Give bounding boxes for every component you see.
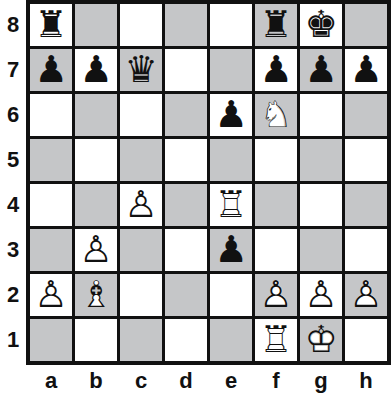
square-h6[interactable] [345,94,387,136]
square-e8[interactable] [210,4,252,46]
piece-white-pawn: ♟♙ [300,274,342,316]
rank-labels: 87654321 [0,0,26,365]
square-h8[interactable] [345,4,387,46]
piece-black-pawn: ♟ [30,49,72,91]
piece-black-pawn: ♟ [210,229,252,271]
square-c5[interactable] [120,139,162,181]
square-f3[interactable] [255,229,297,271]
chess-diagram: 87654321 ♜♜♚♟♟♛♟♟♟♟♞♘♟♙♜♖♟♙♟♟♙♝♗♟♙♟♙♟♙♜♖… [0,0,392,397]
square-e5[interactable] [210,139,252,181]
square-f7[interactable]: ♟ [255,49,297,91]
square-g8[interactable]: ♚ [300,4,342,46]
rank-label-5: 5 [0,139,26,181]
square-d6[interactable] [165,94,207,136]
piece-white-rook: ♜♖ [255,319,297,361]
file-label-a: a [30,365,72,397]
square-f2[interactable]: ♟♙ [255,274,297,316]
piece-black-pawn: ♟ [300,49,342,91]
rank-label-4: 4 [0,184,26,226]
file-labels: abcdefgh [26,365,392,397]
square-d8[interactable] [165,4,207,46]
square-a3[interactable] [30,229,72,271]
square-a5[interactable] [30,139,72,181]
piece-white-pawn: ♟♙ [345,274,387,316]
square-e2[interactable] [210,274,252,316]
piece-black-queen: ♛ [120,49,162,91]
square-g5[interactable] [300,139,342,181]
file-label-b: b [75,365,117,397]
square-d1[interactable] [165,319,207,361]
square-h4[interactable] [345,184,387,226]
square-c6[interactable] [120,94,162,136]
piece-white-rook: ♜♖ [210,184,252,226]
square-a8[interactable]: ♜ [30,4,72,46]
square-c2[interactable] [120,274,162,316]
square-g2[interactable]: ♟♙ [300,274,342,316]
file-label-e: e [210,365,252,397]
square-e6[interactable]: ♟ [210,94,252,136]
rank-label-8: 8 [0,4,26,46]
square-h1[interactable] [345,319,387,361]
rank-label-6: 6 [0,94,26,136]
piece-black-pawn: ♟ [255,49,297,91]
square-d2[interactable] [165,274,207,316]
square-c7[interactable]: ♛ [120,49,162,91]
piece-white-pawn: ♟♙ [75,229,117,271]
square-e4[interactable]: ♜♖ [210,184,252,226]
square-d7[interactable] [165,49,207,91]
square-f8[interactable]: ♜ [255,4,297,46]
square-e1[interactable] [210,319,252,361]
square-a7[interactable]: ♟ [30,49,72,91]
square-c1[interactable] [120,319,162,361]
square-f4[interactable] [255,184,297,226]
square-b8[interactable] [75,4,117,46]
piece-white-pawn: ♟♙ [120,184,162,226]
square-d3[interactable] [165,229,207,271]
square-h7[interactable]: ♟ [345,49,387,91]
square-g3[interactable] [300,229,342,271]
piece-white-pawn: ♟♙ [255,274,297,316]
square-b2[interactable]: ♝♗ [75,274,117,316]
file-label-g: g [300,365,342,397]
rank-label-1: 1 [0,319,26,361]
piece-white-bishop: ♝♗ [75,274,117,316]
square-e3[interactable]: ♟ [210,229,252,271]
file-label-f: f [255,365,297,397]
square-h3[interactable] [345,229,387,271]
piece-black-pawn: ♟ [210,94,252,136]
square-a6[interactable] [30,94,72,136]
square-f5[interactable] [255,139,297,181]
piece-black-rook: ♜ [30,4,72,46]
square-b3[interactable]: ♟♙ [75,229,117,271]
square-f6[interactable]: ♞♘ [255,94,297,136]
square-h2[interactable]: ♟♙ [345,274,387,316]
square-h5[interactable] [345,139,387,181]
board-with-rank-labels: 87654321 ♜♜♚♟♟♛♟♟♟♟♞♘♟♙♜♖♟♙♟♟♙♝♗♟♙♟♙♟♙♜♖… [0,0,392,365]
square-g6[interactable] [300,94,342,136]
square-e7[interactable] [210,49,252,91]
square-c4[interactable]: ♟♙ [120,184,162,226]
square-b6[interactable] [75,94,117,136]
square-c3[interactable] [120,229,162,271]
square-d5[interactable] [165,139,207,181]
square-b7[interactable]: ♟ [75,49,117,91]
square-f1[interactable]: ♜♖ [255,319,297,361]
square-b4[interactable] [75,184,117,226]
piece-black-king: ♚ [300,4,342,46]
square-b5[interactable] [75,139,117,181]
piece-white-king: ♚♔ [300,319,342,361]
rank-label-7: 7 [0,49,26,91]
file-label-d: d [165,365,207,397]
file-label-h: h [345,365,387,397]
piece-white-pawn: ♟♙ [30,274,72,316]
rank-label-3: 3 [0,229,26,271]
piece-black-pawn: ♟ [345,49,387,91]
square-g7[interactable]: ♟ [300,49,342,91]
square-b1[interactable] [75,319,117,361]
rank-label-2: 2 [0,274,26,316]
piece-white-knight: ♞♘ [255,94,297,136]
square-a1[interactable] [30,319,72,361]
piece-black-rook: ♜ [255,4,297,46]
chess-board: ♜♜♚♟♟♛♟♟♟♟♞♘♟♙♜♖♟♙♟♟♙♝♗♟♙♟♙♟♙♜♖♚♔ [26,0,391,365]
file-label-c: c [120,365,162,397]
square-c8[interactable] [120,4,162,46]
square-d4[interactable] [165,184,207,226]
square-g4[interactable] [300,184,342,226]
square-g1[interactable]: ♚♔ [300,319,342,361]
square-a2[interactable]: ♟♙ [30,274,72,316]
square-a4[interactable] [30,184,72,226]
piece-black-pawn: ♟ [75,49,117,91]
